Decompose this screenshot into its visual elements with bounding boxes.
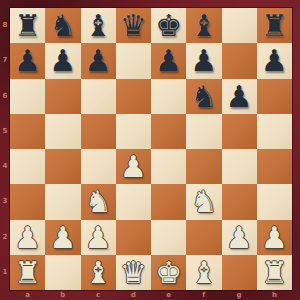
square-d7[interactable] [116,43,151,78]
square-a8[interactable]: ♜ [10,8,45,43]
square-g6[interactable]: ♟ [222,79,257,114]
square-e3[interactable] [151,184,186,219]
square-d4[interactable]: ♟ [116,149,151,184]
rank-label-6: 6 [0,79,10,114]
rank-label-8: 8 [0,8,10,43]
piece-white-bishop[interactable]: ♝ [190,255,217,290]
square-f6[interactable]: ♞ [186,79,221,114]
square-h2[interactable]: ♟ [257,220,292,255]
piece-white-king[interactable]: ♚ [155,255,182,290]
square-b5[interactable] [45,114,80,149]
piece-black-bishop[interactable]: ♝ [190,8,217,43]
piece-white-pawn[interactable]: ♟ [85,220,112,255]
file-label-g: g [222,290,257,300]
piece-black-pawn[interactable]: ♟ [226,79,253,114]
square-d3[interactable] [116,184,151,219]
square-a2[interactable]: ♟ [10,220,45,255]
file-label-f: f [186,290,221,300]
square-d1[interactable]: ♛ [116,255,151,290]
square-f3[interactable]: ♞ [186,184,221,219]
square-f7[interactable]: ♟ [186,43,221,78]
square-e6[interactable] [151,79,186,114]
square-c7[interactable]: ♟ [81,43,116,78]
piece-black-pawn[interactable]: ♟ [85,43,112,78]
square-e2[interactable] [151,220,186,255]
piece-black-knight[interactable]: ♞ [49,8,76,43]
square-c4[interactable] [81,149,116,184]
square-e5[interactable] [151,114,186,149]
piece-white-pawn[interactable]: ♟ [49,220,76,255]
square-f4[interactable] [186,149,221,184]
rank-label-3: 3 [0,184,10,219]
square-d8[interactable]: ♛ [116,8,151,43]
square-g8[interactable] [222,8,257,43]
piece-white-knight[interactable]: ♞ [85,184,112,219]
square-c1[interactable]: ♝ [81,255,116,290]
file-label-c: c [81,290,116,300]
rank-label-5: 5 [0,114,10,149]
file-label-b: b [45,290,80,300]
square-e7[interactable]: ♟ [151,43,186,78]
square-h7[interactable]: ♟ [257,43,292,78]
square-a4[interactable] [10,149,45,184]
chess-board-frame: 87654321 ♜♞♝♛♚♝♜♟♟♟♟♟♟♞♟♟♞♞♟♟♟♟♟♜♝♛♚♝♜ a… [0,0,300,300]
file-label-a: a [10,290,45,300]
square-c8[interactable]: ♝ [81,8,116,43]
piece-black-pawn[interactable]: ♟ [155,43,182,78]
piece-black-rook[interactable]: ♜ [14,8,41,43]
piece-black-knight[interactable]: ♞ [190,79,217,114]
rank-label-4: 4 [0,149,10,184]
piece-white-pawn[interactable]: ♟ [226,220,253,255]
square-g7[interactable] [222,43,257,78]
file-label-h: h [257,290,292,300]
piece-black-king[interactable]: ♚ [155,8,182,43]
square-b6[interactable] [45,79,80,114]
square-c5[interactable] [81,114,116,149]
piece-white-pawn[interactable]: ♟ [261,220,288,255]
square-h1[interactable]: ♜ [257,255,292,290]
piece-white-pawn[interactable]: ♟ [14,220,41,255]
square-b4[interactable] [45,149,80,184]
square-c3[interactable]: ♞ [81,184,116,219]
square-e1[interactable]: ♚ [151,255,186,290]
square-f5[interactable] [186,114,221,149]
rank-label-1: 1 [0,255,10,290]
piece-black-pawn[interactable]: ♟ [49,43,76,78]
square-g3[interactable] [222,184,257,219]
square-b7[interactable]: ♟ [45,43,80,78]
file-labels: abcdefgh [10,290,292,300]
square-h6[interactable] [257,79,292,114]
file-label-e: e [151,290,186,300]
piece-black-pawn[interactable]: ♟ [190,43,217,78]
square-b1[interactable] [45,255,80,290]
piece-white-bishop[interactable]: ♝ [85,255,112,290]
square-a3[interactable] [10,184,45,219]
square-h3[interactable] [257,184,292,219]
square-d6[interactable] [116,79,151,114]
square-g5[interactable] [222,114,257,149]
rank-label-7: 7 [0,43,10,78]
square-d2[interactable] [116,220,151,255]
square-c6[interactable] [81,79,116,114]
piece-black-pawn[interactable]: ♟ [14,43,41,78]
square-h5[interactable] [257,114,292,149]
piece-white-rook[interactable]: ♜ [261,255,288,290]
piece-black-pawn[interactable]: ♟ [261,43,288,78]
piece-white-rook[interactable]: ♜ [14,255,41,290]
file-label-d: d [116,290,151,300]
piece-white-pawn[interactable]: ♟ [120,149,147,184]
square-e4[interactable] [151,149,186,184]
square-g2[interactable]: ♟ [222,220,257,255]
piece-black-queen[interactable]: ♛ [120,8,147,43]
piece-black-rook[interactable]: ♜ [261,8,288,43]
square-b3[interactable] [45,184,80,219]
square-g1[interactable] [222,255,257,290]
square-a7[interactable]: ♟ [10,43,45,78]
square-d5[interactable] [116,114,151,149]
square-c2[interactable]: ♟ [81,220,116,255]
square-f1[interactable]: ♝ [186,255,221,290]
piece-white-queen[interactable]: ♛ [120,255,147,290]
square-h8[interactable]: ♜ [257,8,292,43]
chess-board: ♜♞♝♛♚♝♜♟♟♟♟♟♟♞♟♟♞♞♟♟♟♟♟♜♝♛♚♝♜ [10,8,292,290]
square-f2[interactable] [186,220,221,255]
rank-label-2: 2 [0,220,10,255]
square-a1[interactable]: ♜ [10,255,45,290]
square-b8[interactable]: ♞ [45,8,80,43]
piece-white-knight[interactable]: ♞ [190,184,217,219]
square-a6[interactable] [10,79,45,114]
square-g4[interactable] [222,149,257,184]
square-f8[interactable]: ♝ [186,8,221,43]
square-h4[interactable] [257,149,292,184]
piece-black-bishop[interactable]: ♝ [85,8,112,43]
square-a5[interactable] [10,114,45,149]
square-e8[interactable]: ♚ [151,8,186,43]
square-b2[interactable]: ♟ [45,220,80,255]
rank-labels: 87654321 [0,8,10,290]
